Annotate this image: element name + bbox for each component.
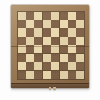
square-b3[interactable]: [26, 54, 34, 62]
square-f6[interactable]: [60, 28, 68, 36]
square-e5[interactable]: [51, 37, 59, 45]
square-c2[interactable]: [34, 62, 42, 70]
square-h5[interactable]: [76, 37, 84, 45]
square-e8[interactable]: [51, 12, 59, 20]
square-d7[interactable]: [43, 20, 51, 28]
square-h3[interactable]: [76, 54, 84, 62]
square-f2[interactable]: [60, 62, 68, 70]
square-d1[interactable]: [43, 71, 51, 79]
square-g3[interactable]: [68, 54, 76, 62]
square-c3[interactable]: [34, 54, 42, 62]
square-a1[interactable]: [18, 71, 26, 79]
square-c1[interactable]: [34, 71, 42, 79]
square-e4[interactable]: [51, 45, 59, 53]
square-f4[interactable]: [60, 45, 68, 53]
square-c5[interactable]: [34, 37, 42, 45]
square-g4[interactable]: [68, 45, 76, 53]
square-e3[interactable]: [51, 54, 59, 62]
square-f1[interactable]: [60, 71, 68, 79]
square-g1[interactable]: [68, 71, 76, 79]
square-e1[interactable]: [51, 71, 59, 79]
photo-background: [0, 0, 100, 100]
square-e7[interactable]: [51, 20, 59, 28]
square-a5[interactable]: [18, 37, 26, 45]
square-g2[interactable]: [68, 62, 76, 70]
square-a3[interactable]: [18, 54, 26, 62]
square-f3[interactable]: [60, 54, 68, 62]
box-front-edge: [11, 83, 88, 87]
square-b5[interactable]: [26, 37, 34, 45]
square-b2[interactable]: [26, 62, 34, 70]
square-b1[interactable]: [26, 71, 34, 79]
square-g5[interactable]: [68, 37, 76, 45]
square-g7[interactable]: [68, 20, 76, 28]
square-e6[interactable]: [51, 28, 59, 36]
square-c6[interactable]: [34, 28, 42, 36]
square-h1[interactable]: [76, 71, 84, 79]
square-c8[interactable]: [34, 12, 42, 20]
square-h8[interactable]: [76, 12, 84, 20]
square-f7[interactable]: [60, 20, 68, 28]
board-grid: [17, 11, 86, 80]
square-c7[interactable]: [34, 20, 42, 28]
square-b4[interactable]: [26, 45, 34, 53]
chess-board-box: [11, 5, 89, 88]
square-d8[interactable]: [43, 12, 51, 20]
square-g6[interactable]: [68, 28, 76, 36]
square-d4[interactable]: [43, 45, 51, 53]
square-a8[interactable]: [18, 12, 26, 20]
square-a2[interactable]: [18, 62, 26, 70]
square-h2[interactable]: [76, 62, 84, 70]
square-d3[interactable]: [43, 54, 51, 62]
square-d5[interactable]: [43, 37, 51, 45]
square-b8[interactable]: [26, 12, 34, 20]
square-b7[interactable]: [26, 20, 34, 28]
square-h4[interactable]: [76, 45, 84, 53]
square-a6[interactable]: [18, 28, 26, 36]
square-f8[interactable]: [60, 12, 68, 20]
square-g8[interactable]: [68, 12, 76, 20]
square-c4[interactable]: [34, 45, 42, 53]
square-h7[interactable]: [76, 20, 84, 28]
square-h6[interactable]: [76, 28, 84, 36]
square-f5[interactable]: [60, 37, 68, 45]
square-d2[interactable]: [43, 62, 51, 70]
square-d6[interactable]: [43, 28, 51, 36]
square-b6[interactable]: [26, 28, 34, 36]
square-e2[interactable]: [51, 62, 59, 70]
square-a4[interactable]: [18, 45, 26, 53]
square-a7[interactable]: [18, 20, 26, 28]
